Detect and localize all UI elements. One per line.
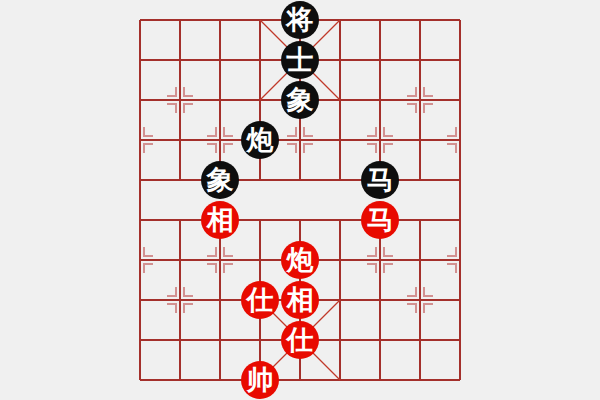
board-point-f3[interactable] bbox=[320, 80, 360, 120]
piece-red-advisor[interactable]: 仕 bbox=[241, 281, 279, 319]
board-point-c8[interactable] bbox=[200, 280, 240, 320]
board-point-b2[interactable] bbox=[160, 40, 200, 80]
piece-red-horse[interactable]: 马 bbox=[361, 201, 399, 239]
board-point-i8[interactable] bbox=[440, 280, 480, 320]
board-point-i4[interactable] bbox=[440, 120, 480, 160]
board-point-d5[interactable] bbox=[240, 160, 280, 200]
board-point-i1[interactable] bbox=[440, 0, 480, 40]
board-point-f4[interactable] bbox=[320, 120, 360, 160]
board-point-c3[interactable] bbox=[200, 80, 240, 120]
board-point-f1[interactable] bbox=[320, 0, 360, 40]
board-point-b1[interactable] bbox=[160, 0, 200, 40]
xiangqi-app: 将士象炮象马相马炮仕相仕帅 bbox=[0, 0, 600, 400]
board-point-h2[interactable] bbox=[400, 40, 440, 80]
board-point-a9[interactable] bbox=[120, 320, 160, 360]
board-point-f2[interactable] bbox=[320, 40, 360, 80]
board-point-a4[interactable] bbox=[120, 120, 160, 160]
board-point-b4[interactable] bbox=[160, 120, 200, 160]
board-point-d1[interactable] bbox=[240, 0, 280, 40]
board-point-a5[interactable] bbox=[120, 160, 160, 200]
board-point-c4[interactable] bbox=[200, 120, 240, 160]
board-point-a6[interactable] bbox=[120, 200, 160, 240]
xiangqi-board: 将士象炮象马相马炮仕相仕帅 bbox=[120, 0, 480, 400]
board-point-g3[interactable] bbox=[360, 80, 400, 120]
board-point-h7[interactable] bbox=[400, 240, 440, 280]
board-point-d6[interactable] bbox=[240, 200, 280, 240]
board-point-a2[interactable] bbox=[120, 40, 160, 80]
piece-red-cannon[interactable]: 炮 bbox=[281, 241, 319, 279]
board-point-a10[interactable] bbox=[120, 360, 160, 400]
board-point-e6[interactable] bbox=[280, 200, 320, 240]
board-point-e10[interactable] bbox=[280, 360, 320, 400]
board-point-d3[interactable] bbox=[240, 80, 280, 120]
board-point-g10[interactable] bbox=[360, 360, 400, 400]
board-point-f9[interactable] bbox=[320, 320, 360, 360]
board-point-h8[interactable] bbox=[400, 280, 440, 320]
board-point-a1[interactable] bbox=[120, 0, 160, 40]
board-point-d7[interactable] bbox=[240, 240, 280, 280]
board-point-a7[interactable] bbox=[120, 240, 160, 280]
board-point-c9[interactable] bbox=[200, 320, 240, 360]
board-point-f7[interactable] bbox=[320, 240, 360, 280]
piece-red-king[interactable]: 帅 bbox=[241, 361, 279, 399]
piece-black-cannon[interactable]: 炮 bbox=[241, 121, 279, 159]
board-point-i10[interactable] bbox=[440, 360, 480, 400]
board-point-c10[interactable] bbox=[200, 360, 240, 400]
board-point-g4[interactable] bbox=[360, 120, 400, 160]
board-point-f10[interactable] bbox=[320, 360, 360, 400]
piece-black-advisor[interactable]: 士 bbox=[281, 41, 319, 79]
piece-black-general[interactable]: 将 bbox=[281, 1, 319, 39]
board-point-b9[interactable] bbox=[160, 320, 200, 360]
board-point-i2[interactable] bbox=[440, 40, 480, 80]
board-point-f8[interactable] bbox=[320, 280, 360, 320]
board-point-b5[interactable] bbox=[160, 160, 200, 200]
board-point-f5[interactable] bbox=[320, 160, 360, 200]
board-point-g9[interactable] bbox=[360, 320, 400, 360]
board-point-h1[interactable] bbox=[400, 0, 440, 40]
board-point-g2[interactable] bbox=[360, 40, 400, 80]
piece-black-elephant[interactable]: 象 bbox=[201, 161, 239, 199]
board-point-i6[interactable] bbox=[440, 200, 480, 240]
board-point-a8[interactable] bbox=[120, 280, 160, 320]
board-point-i5[interactable] bbox=[440, 160, 480, 200]
piece-black-horse[interactable]: 马 bbox=[361, 161, 399, 199]
piece-black-elephant[interactable]: 象 bbox=[281, 81, 319, 119]
board-point-i7[interactable] bbox=[440, 240, 480, 280]
board-point-e4[interactable] bbox=[280, 120, 320, 160]
board-point-h10[interactable] bbox=[400, 360, 440, 400]
piece-red-elephant[interactable]: 相 bbox=[201, 201, 239, 239]
board-point-b8[interactable] bbox=[160, 280, 200, 320]
board-point-h3[interactable] bbox=[400, 80, 440, 120]
board-point-d9[interactable] bbox=[240, 320, 280, 360]
board-point-c1[interactable] bbox=[200, 0, 240, 40]
screenshot-root: { "game": "xiangqi", "position": "4k4/4a… bbox=[0, 0, 600, 400]
board-point-g1[interactable] bbox=[360, 0, 400, 40]
board-point-g7[interactable] bbox=[360, 240, 400, 280]
board-point-a3[interactable] bbox=[120, 80, 160, 120]
board-point-h6[interactable] bbox=[400, 200, 440, 240]
board-point-b10[interactable] bbox=[160, 360, 200, 400]
board-point-i9[interactable] bbox=[440, 320, 480, 360]
board-point-c7[interactable] bbox=[200, 240, 240, 280]
board-point-e5[interactable] bbox=[280, 160, 320, 200]
board-point-b7[interactable] bbox=[160, 240, 200, 280]
board-point-f6[interactable] bbox=[320, 200, 360, 240]
board-point-h5[interactable] bbox=[400, 160, 440, 200]
piece-red-elephant[interactable]: 相 bbox=[281, 281, 319, 319]
board-point-b6[interactable] bbox=[160, 200, 200, 240]
board-point-c2[interactable] bbox=[200, 40, 240, 80]
board-point-g8[interactable] bbox=[360, 280, 400, 320]
board-point-i3[interactable] bbox=[440, 80, 480, 120]
board-point-d2[interactable] bbox=[240, 40, 280, 80]
piece-red-advisor[interactable]: 仕 bbox=[281, 321, 319, 359]
board-point-h9[interactable] bbox=[400, 320, 440, 360]
board-point-h4[interactable] bbox=[400, 120, 440, 160]
board-point-b3[interactable] bbox=[160, 80, 200, 120]
